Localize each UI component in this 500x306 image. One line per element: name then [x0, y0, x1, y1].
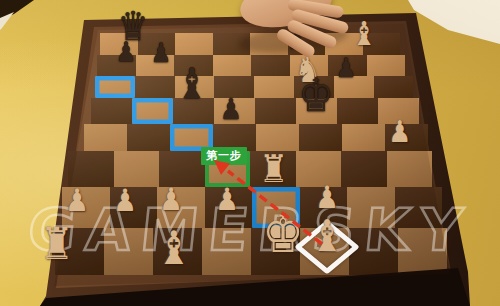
piece-white-bishop-h8[interactable]: ♝: [351, 17, 376, 50]
piece-white-pawn-c2[interactable]: ♟: [159, 184, 183, 215]
piece-white-bishop-f1[interactable]: ♝: [310, 214, 344, 258]
square-e7[interactable]: [251, 55, 290, 76]
square-d8[interactable]: [213, 33, 251, 55]
square-b4[interactable]: [127, 124, 170, 151]
piece-white-rook-e3[interactable]: ♜: [260, 150, 289, 188]
piece-black-king-f5[interactable]: ♚: [298, 72, 333, 118]
chess-tutorial-screenshot: ♛♟♟♟♝♞♟♝♟♚♟♜♟♟♟♟♟♜♝♚♝ 第一步 GAMERSKY: [0, 0, 500, 306]
piece-white-pawn-a2[interactable]: ♟: [65, 185, 89, 216]
piece-black-pawn-a7[interactable]: ♟: [116, 38, 137, 65]
square-a5[interactable]: [91, 98, 132, 124]
rank-row-4: [84, 124, 428, 151]
square-c8[interactable]: [175, 33, 213, 55]
piece-white-rook-a1[interactable]: ♜: [40, 222, 74, 266]
rank-row-1: [55, 228, 447, 275]
square-h6[interactable]: [374, 76, 414, 98]
piece-white-pawn-f2[interactable]: ♟: [315, 182, 339, 213]
piece-white-pawn-h4[interactable]: ♟: [389, 117, 412, 147]
piece-black-pawn-g6[interactable]: ♟: [336, 54, 357, 81]
square-h1[interactable]: [398, 228, 447, 275]
square-g5[interactable]: [337, 98, 378, 124]
square-b5[interactable]: [132, 98, 173, 124]
square-e5[interactable]: [255, 98, 296, 124]
piece-black-bishop-c5[interactable]: ♝: [176, 63, 208, 105]
square-d1[interactable]: [202, 228, 251, 275]
piece-white-bishop-c1[interactable]: ♝: [156, 225, 191, 271]
square-h7[interactable]: [367, 55, 406, 76]
square-b1[interactable]: [104, 228, 153, 275]
rank-row-6: [95, 76, 413, 98]
square-f4[interactable]: [299, 124, 342, 151]
piece-black-pawn-d5[interactable]: ♟: [220, 95, 242, 124]
piece-white-pawn-b2[interactable]: ♟: [113, 185, 137, 216]
rank-row-5: [91, 98, 419, 124]
square-g4[interactable]: [342, 124, 385, 151]
square-a6[interactable]: [95, 76, 135, 98]
square-h3[interactable]: [387, 151, 433, 187]
piece-white-pawn-d2[interactable]: ♟: [215, 184, 239, 215]
square-d7[interactable]: [213, 55, 252, 76]
square-e8[interactable]: [250, 33, 288, 55]
square-b6[interactable]: [135, 76, 175, 98]
step-one-label: 第一步: [201, 147, 247, 165]
piece-white-king-e1[interactable]: ♚: [262, 207, 303, 261]
square-g2[interactable]: [347, 187, 395, 228]
square-h2[interactable]: [395, 187, 443, 228]
square-e6[interactable]: [254, 76, 294, 98]
rank-row-7: [97, 55, 405, 76]
piece-black-pawn-f7[interactable]: ♟: [288, 28, 306, 52]
square-g3[interactable]: [341, 151, 387, 187]
piece-black-pawn-b7[interactable]: ♟: [151, 39, 172, 66]
square-a4[interactable]: [84, 124, 127, 151]
square-g1[interactable]: [349, 228, 398, 275]
